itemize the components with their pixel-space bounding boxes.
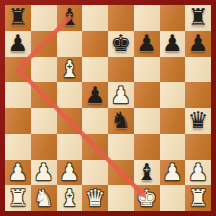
square-c3[interactable]	[57, 134, 83, 160]
square-c8[interactable]: ♝	[57, 5, 83, 31]
square-c5[interactable]	[57, 82, 83, 108]
piece-white-rook[interactable]: ♜	[185, 185, 211, 211]
square-h4[interactable]: ♛	[185, 108, 211, 134]
square-e4[interactable]: ♞	[108, 108, 134, 134]
square-d8[interactable]	[82, 5, 108, 31]
square-d5[interactable]: ♟	[82, 82, 108, 108]
square-g1[interactable]	[160, 185, 186, 211]
square-b5[interactable]	[31, 82, 57, 108]
square-e2[interactable]	[108, 160, 134, 186]
square-e7[interactable]: ♚	[108, 31, 134, 57]
piece-black-rook[interactable]: ♜	[185, 5, 211, 31]
square-h6[interactable]	[185, 57, 211, 83]
piece-white-pawn[interactable]: ♟	[31, 160, 57, 186]
piece-black-king[interactable]: ♚	[108, 31, 134, 57]
square-f2[interactable]: ♝	[134, 160, 160, 186]
square-f7[interactable]: ♟	[134, 31, 160, 57]
square-h7[interactable]: ♟	[185, 31, 211, 57]
piece-white-rook[interactable]: ♜	[5, 185, 31, 211]
square-f8[interactable]	[134, 5, 160, 31]
square-a1[interactable]: ♜	[5, 185, 31, 211]
board-frame: ♜♝♜♟♚♟♟♟♝♟♟♞♛♟♟♟♝♟♟♜♞♝♛♚♜	[0, 0, 216, 216]
square-d7[interactable]	[82, 31, 108, 57]
piece-black-rook[interactable]: ♜	[5, 5, 31, 31]
square-f5[interactable]	[134, 82, 160, 108]
square-g3[interactable]	[160, 134, 186, 160]
square-d2[interactable]	[82, 160, 108, 186]
square-e8[interactable]	[108, 5, 134, 31]
piece-black-pawn[interactable]: ♟	[134, 31, 160, 57]
square-f6[interactable]	[134, 57, 160, 83]
square-d6[interactable]	[82, 57, 108, 83]
square-a4[interactable]	[5, 108, 31, 134]
piece-white-knight[interactable]: ♞	[31, 185, 57, 211]
square-e1[interactable]	[108, 185, 134, 211]
piece-black-queen[interactable]: ♛	[185, 108, 211, 134]
square-b4[interactable]	[31, 108, 57, 134]
square-g4[interactable]	[160, 108, 186, 134]
square-b8[interactable]	[31, 5, 57, 31]
square-b1[interactable]: ♞	[31, 185, 57, 211]
square-h8[interactable]: ♜	[185, 5, 211, 31]
square-g6[interactable]	[160, 57, 186, 83]
square-e6[interactable]	[108, 57, 134, 83]
square-b7[interactable]	[31, 31, 57, 57]
piece-black-bishop[interactable]: ♝	[57, 5, 83, 31]
square-a2[interactable]: ♟	[5, 160, 31, 186]
square-a7[interactable]: ♟	[5, 31, 31, 57]
piece-white-bishop[interactable]: ♝	[57, 57, 83, 83]
square-h1[interactable]: ♜	[185, 185, 211, 211]
piece-black-pawn[interactable]: ♟	[82, 82, 108, 108]
square-b3[interactable]	[31, 134, 57, 160]
piece-black-knight[interactable]: ♞	[108, 108, 134, 134]
square-b2[interactable]: ♟	[31, 160, 57, 186]
square-a3[interactable]	[5, 134, 31, 160]
piece-white-pawn[interactable]: ♟	[5, 160, 31, 186]
piece-white-pawn[interactable]: ♟	[185, 160, 211, 186]
chess-board: ♜♝♜♟♚♟♟♟♝♟♟♞♛♟♟♟♝♟♟♜♞♝♛♚♜	[5, 5, 211, 211]
piece-black-pawn[interactable]: ♟	[5, 31, 31, 57]
square-d1[interactable]: ♛	[82, 185, 108, 211]
square-g5[interactable]	[160, 82, 186, 108]
square-g8[interactable]	[160, 5, 186, 31]
square-b6[interactable]	[31, 57, 57, 83]
piece-black-pawn[interactable]: ♟	[160, 31, 186, 57]
piece-white-pawn[interactable]: ♟	[57, 160, 83, 186]
square-a5[interactable]	[5, 82, 31, 108]
square-d4[interactable]	[82, 108, 108, 134]
square-f4[interactable]	[134, 108, 160, 134]
piece-white-king[interactable]: ♚	[134, 185, 160, 211]
square-f1[interactable]: ♚	[134, 185, 160, 211]
square-c1[interactable]: ♝	[57, 185, 83, 211]
square-c7[interactable]	[57, 31, 83, 57]
piece-black-pawn[interactable]: ♟	[185, 31, 211, 57]
square-h3[interactable]	[185, 134, 211, 160]
square-a6[interactable]	[5, 57, 31, 83]
square-e3[interactable]	[108, 134, 134, 160]
square-g7[interactable]: ♟	[160, 31, 186, 57]
square-h2[interactable]: ♟	[185, 160, 211, 186]
square-c6[interactable]: ♝	[57, 57, 83, 83]
square-f3[interactable]	[134, 134, 160, 160]
square-c2[interactable]: ♟	[57, 160, 83, 186]
piece-white-pawn[interactable]: ♟	[108, 82, 134, 108]
square-g2[interactable]: ♟	[160, 160, 186, 186]
square-d3[interactable]	[82, 134, 108, 160]
piece-white-bishop[interactable]: ♝	[57, 185, 83, 211]
square-e5[interactable]: ♟	[108, 82, 134, 108]
square-h5[interactable]	[185, 82, 211, 108]
piece-white-queen[interactable]: ♛	[82, 185, 108, 211]
piece-white-pawn[interactable]: ♟	[160, 160, 186, 186]
square-c4[interactable]	[57, 108, 83, 134]
square-a8[interactable]: ♜	[5, 5, 31, 31]
piece-black-bishop[interactable]: ♝	[134, 160, 160, 186]
